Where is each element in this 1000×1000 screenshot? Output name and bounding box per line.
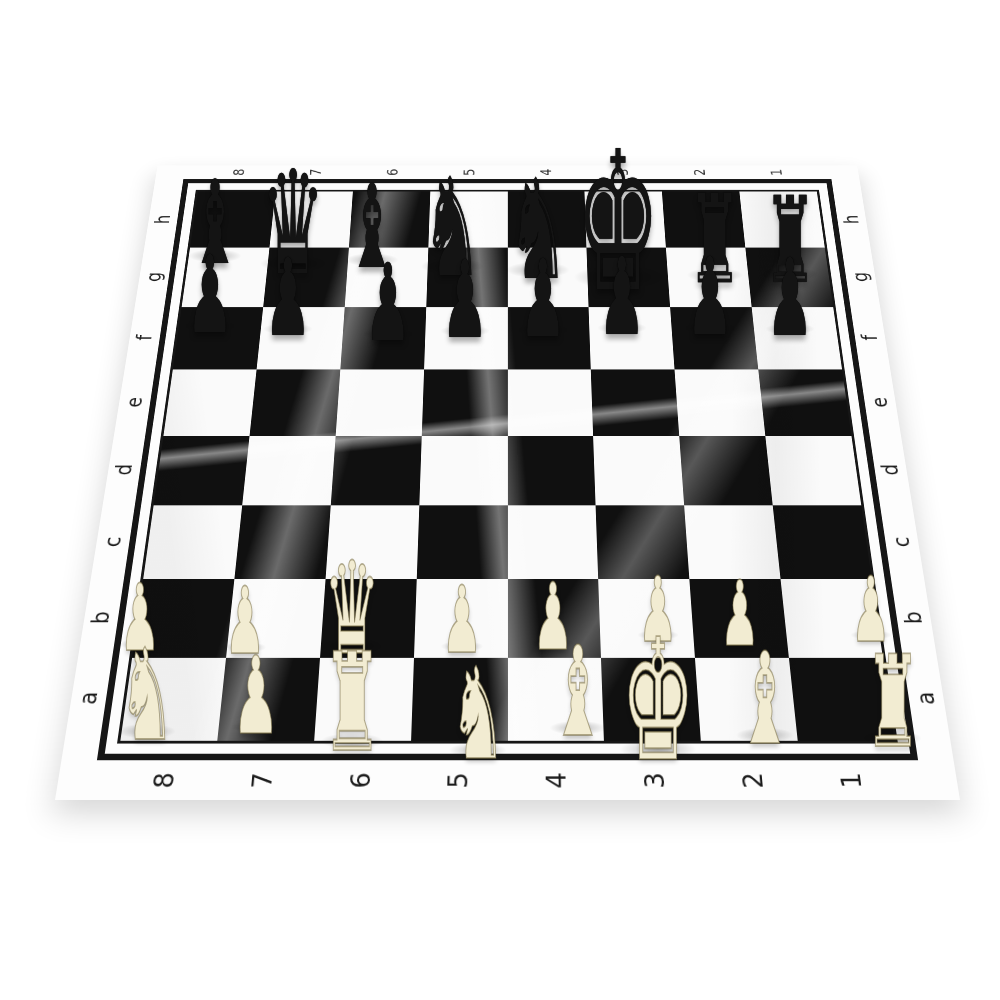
bishop-glyph: ♝ xyxy=(737,635,793,762)
knight-glyph: ♞ xyxy=(119,631,175,758)
coordinate-label: c xyxy=(100,536,127,546)
rook-glyph: ♜ xyxy=(322,634,382,771)
coordinate-label: e xyxy=(867,397,893,407)
square-d7[interactable] xyxy=(242,436,335,506)
coordinate-label: f xyxy=(133,335,157,341)
square-d1[interactable] xyxy=(765,436,861,506)
coordinate-label: e xyxy=(122,397,148,407)
chess-set-photo: 87654321 87654321 hgfedcba hgfedcba ♝♝♛♞… xyxy=(0,0,1000,1000)
king-glyph: ♚ xyxy=(621,617,695,785)
coordinate-label: h xyxy=(151,215,175,224)
bishop-glyph: ♝ xyxy=(551,630,606,754)
coordinate-label: a xyxy=(74,692,103,705)
pawn-glyph: ♟ xyxy=(766,245,813,352)
pawn-glyph: ♟ xyxy=(686,244,733,351)
coordinate-label: h xyxy=(840,215,864,224)
piece-black-pawn-g6[interactable]: ♟ xyxy=(388,336,467,424)
piece-white-knight-a8[interactable]: ♞ xyxy=(147,733,240,837)
square-d3[interactable] xyxy=(593,436,684,506)
coordinate-label: b xyxy=(900,611,928,624)
piece-white-king-a3[interactable]: ♚ xyxy=(658,752,782,890)
piece-white-rook-a6[interactable]: ♜ xyxy=(352,743,452,855)
piece-white-knight-a5[interactable]: ♞ xyxy=(478,752,571,856)
pawn-glyph: ♟ xyxy=(364,250,411,357)
piece-black-pawn-g7[interactable]: ♟ xyxy=(288,331,367,419)
square-d2[interactable] xyxy=(679,436,772,506)
square-d6[interactable] xyxy=(331,436,422,506)
coordinate-label: d xyxy=(877,464,903,475)
square-d4[interactable] xyxy=(507,436,595,506)
pawn-glyph: ♟ xyxy=(186,242,233,349)
knight-glyph: ♞ xyxy=(450,650,506,777)
square-d5[interactable] xyxy=(419,436,507,506)
coordinate-label: c xyxy=(888,536,915,546)
pawn-glyph: ♟ xyxy=(264,245,311,352)
piece-black-pawn-g1[interactable]: ♟ xyxy=(790,331,869,419)
piece-white-rook-a1[interactable]: ♜ xyxy=(893,740,986,844)
coordinate-label: d xyxy=(111,464,137,475)
piece-black-pawn-g4[interactable]: ♟ xyxy=(543,332,622,420)
coordinate-label: g xyxy=(142,272,166,282)
square-d8[interactable] xyxy=(154,436,250,506)
piece-black-pawn-g5[interactable]: ♟ xyxy=(465,333,544,421)
coordinate-label: b xyxy=(87,611,115,624)
rook-glyph: ♜ xyxy=(865,638,921,765)
